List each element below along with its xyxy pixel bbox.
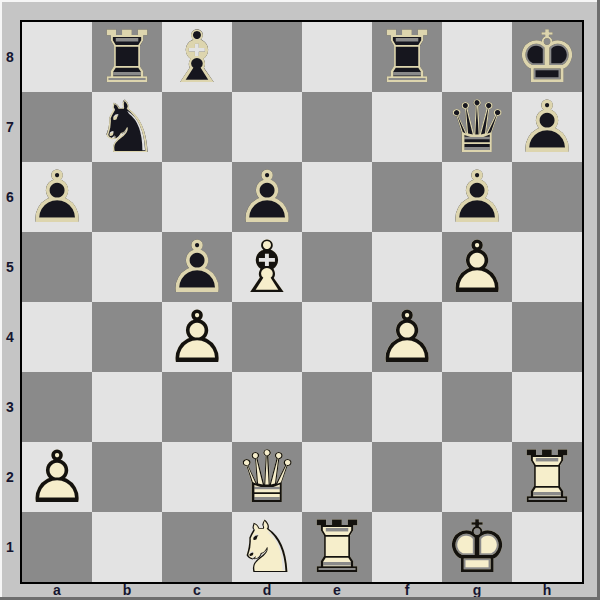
piece-black-queen-g7[interactable]: ♛♕ bbox=[442, 92, 512, 162]
square-g7[interactable]: ♛♕ bbox=[442, 92, 512, 162]
square-f8[interactable]: ♜♖ bbox=[372, 22, 442, 92]
square-h2[interactable]: ♜♖ bbox=[512, 442, 582, 512]
piece-black-rook-b8[interactable]: ♜♖ bbox=[92, 22, 162, 92]
square-b2[interactable] bbox=[92, 442, 162, 512]
rank-labels: 87654321 bbox=[0, 22, 20, 582]
piece-white-rook-e1[interactable]: ♜♖ bbox=[302, 512, 372, 582]
pawn-outline-icon: ♙ bbox=[232, 162, 302, 232]
square-h6[interactable] bbox=[512, 162, 582, 232]
square-g6[interactable]: ♟♙ bbox=[442, 162, 512, 232]
square-d4[interactable] bbox=[232, 302, 302, 372]
square-a4[interactable] bbox=[22, 302, 92, 372]
rank-label-3: 3 bbox=[0, 372, 20, 442]
square-c8[interactable]: ♝♗ bbox=[162, 22, 232, 92]
square-g1[interactable]: ♚♔ bbox=[442, 512, 512, 582]
square-c7[interactable] bbox=[162, 92, 232, 162]
square-h3[interactable] bbox=[512, 372, 582, 442]
piece-white-pawn-g5[interactable]: ♟♙ bbox=[442, 232, 512, 302]
piece-black-knight-b7[interactable]: ♞♘ bbox=[92, 92, 162, 162]
square-b3[interactable] bbox=[92, 372, 162, 442]
square-b6[interactable] bbox=[92, 162, 162, 232]
piece-white-pawn-f4[interactable]: ♟♙ bbox=[372, 302, 442, 372]
square-e7[interactable] bbox=[302, 92, 372, 162]
pawn-outline-icon: ♙ bbox=[22, 442, 92, 512]
square-b7[interactable]: ♞♘ bbox=[92, 92, 162, 162]
pawn-outline-icon: ♙ bbox=[162, 302, 232, 372]
rook-outline-icon: ♖ bbox=[302, 512, 372, 582]
rank-label-2: 2 bbox=[0, 442, 20, 512]
rank-label-5: 5 bbox=[0, 232, 20, 302]
square-g5[interactable]: ♟♙ bbox=[442, 232, 512, 302]
pawn-outline-icon: ♙ bbox=[512, 92, 582, 162]
square-a6[interactable]: ♟♙ bbox=[22, 162, 92, 232]
piece-black-pawn-d6[interactable]: ♟♙ bbox=[232, 162, 302, 232]
square-c3[interactable] bbox=[162, 372, 232, 442]
square-d6[interactable]: ♟♙ bbox=[232, 162, 302, 232]
chess-board: ♜♖♝♗♜♖♚♔♞♘♛♕♟♙♟♙♟♙♟♙♟♙♝♗♟♙♟♙♟♙♟♙♛♕♜♖♞♘♜♖… bbox=[20, 20, 584, 584]
piece-white-knight-d1[interactable]: ♞♘ bbox=[232, 512, 302, 582]
square-g2[interactable] bbox=[442, 442, 512, 512]
square-f7[interactable] bbox=[372, 92, 442, 162]
piece-black-pawn-g6[interactable]: ♟♙ bbox=[442, 162, 512, 232]
square-c4[interactable]: ♟♙ bbox=[162, 302, 232, 372]
square-c6[interactable] bbox=[162, 162, 232, 232]
rook-outline-icon: ♖ bbox=[92, 22, 162, 92]
square-e4[interactable] bbox=[302, 302, 372, 372]
piece-white-pawn-a2[interactable]: ♟♙ bbox=[22, 442, 92, 512]
square-a5[interactable] bbox=[22, 232, 92, 302]
square-g3[interactable] bbox=[442, 372, 512, 442]
square-d5[interactable]: ♝♗ bbox=[232, 232, 302, 302]
square-e8[interactable] bbox=[302, 22, 372, 92]
square-e5[interactable] bbox=[302, 232, 372, 302]
frame-bevel-top bbox=[0, 0, 600, 2]
square-d8[interactable] bbox=[232, 22, 302, 92]
board-frame: ♜♖♝♗♜♖♚♔♞♘♛♕♟♙♟♙♟♙♟♙♟♙♝♗♟♙♟♙♟♙♟♙♛♕♜♖♞♘♜♖… bbox=[0, 0, 600, 600]
square-c1[interactable] bbox=[162, 512, 232, 582]
king-outline-icon: ♔ bbox=[442, 512, 512, 582]
rook-outline-icon: ♖ bbox=[512, 442, 582, 512]
piece-black-pawn-h7[interactable]: ♟♙ bbox=[512, 92, 582, 162]
piece-white-king-g1[interactable]: ♚♔ bbox=[442, 512, 512, 582]
square-a2[interactable]: ♟♙ bbox=[22, 442, 92, 512]
knight-outline-icon: ♘ bbox=[232, 512, 302, 582]
square-a8[interactable] bbox=[22, 22, 92, 92]
rank-label-4: 4 bbox=[0, 302, 20, 372]
rank-label-6: 6 bbox=[0, 162, 20, 232]
square-b4[interactable] bbox=[92, 302, 162, 372]
square-b1[interactable] bbox=[92, 512, 162, 582]
square-a3[interactable] bbox=[22, 372, 92, 442]
pawn-outline-icon: ♙ bbox=[442, 232, 512, 302]
square-f2[interactable] bbox=[372, 442, 442, 512]
square-d3[interactable] bbox=[232, 372, 302, 442]
pawn-outline-icon: ♙ bbox=[372, 302, 442, 372]
square-e3[interactable] bbox=[302, 372, 372, 442]
square-f6[interactable] bbox=[372, 162, 442, 232]
square-b8[interactable]: ♜♖ bbox=[92, 22, 162, 92]
knight-outline-icon: ♘ bbox=[92, 92, 162, 162]
piece-white-bishop-d5[interactable]: ♝♗ bbox=[232, 232, 302, 302]
rank-label-8: 8 bbox=[0, 22, 20, 92]
bishop-outline-icon: ♗ bbox=[232, 232, 302, 302]
frame-bevel-left bbox=[0, 0, 2, 600]
piece-white-rook-h2[interactable]: ♜♖ bbox=[512, 442, 582, 512]
rank-label-1: 1 bbox=[0, 512, 20, 582]
square-f3[interactable] bbox=[372, 372, 442, 442]
bishop-outline-icon: ♗ bbox=[162, 22, 232, 92]
piece-black-bishop-c8[interactable]: ♝♗ bbox=[162, 22, 232, 92]
queen-outline-icon: ♕ bbox=[442, 92, 512, 162]
square-h8[interactable]: ♚♔ bbox=[512, 22, 582, 92]
square-e1[interactable]: ♜♖ bbox=[302, 512, 372, 582]
square-h1[interactable] bbox=[512, 512, 582, 582]
pawn-outline-icon: ♙ bbox=[442, 162, 512, 232]
pawn-outline-icon: ♙ bbox=[162, 232, 232, 302]
queen-outline-icon: ♕ bbox=[232, 442, 302, 512]
piece-white-queen-d2[interactable]: ♛♕ bbox=[232, 442, 302, 512]
square-f1[interactable] bbox=[372, 512, 442, 582]
square-c2[interactable] bbox=[162, 442, 232, 512]
king-outline-icon: ♔ bbox=[512, 22, 582, 92]
square-f4[interactable]: ♟♙ bbox=[372, 302, 442, 372]
pawn-outline-icon: ♙ bbox=[22, 162, 92, 232]
square-h4[interactable] bbox=[512, 302, 582, 372]
rank-label-7: 7 bbox=[0, 92, 20, 162]
square-b5[interactable] bbox=[92, 232, 162, 302]
piece-black-rook-f8[interactable]: ♜♖ bbox=[372, 22, 442, 92]
square-a1[interactable] bbox=[22, 512, 92, 582]
square-e2[interactable] bbox=[302, 442, 372, 512]
rook-outline-icon: ♖ bbox=[372, 22, 442, 92]
piece-white-pawn-c4[interactable]: ♟♙ bbox=[162, 302, 232, 372]
piece-black-king-h8[interactable]: ♚♔ bbox=[512, 22, 582, 92]
square-d1[interactable]: ♞♘ bbox=[232, 512, 302, 582]
square-h5[interactable] bbox=[512, 232, 582, 302]
square-h7[interactable]: ♟♙ bbox=[512, 92, 582, 162]
square-c5[interactable]: ♟♙ bbox=[162, 232, 232, 302]
square-a7[interactable] bbox=[22, 92, 92, 162]
piece-black-pawn-a6[interactable]: ♟♙ bbox=[22, 162, 92, 232]
square-g8[interactable] bbox=[442, 22, 512, 92]
square-d7[interactable] bbox=[232, 92, 302, 162]
square-g4[interactable] bbox=[442, 302, 512, 372]
piece-black-pawn-c5[interactable]: ♟♙ bbox=[162, 232, 232, 302]
square-f5[interactable] bbox=[372, 232, 442, 302]
square-e6[interactable] bbox=[302, 162, 372, 232]
square-d2[interactable]: ♛♕ bbox=[232, 442, 302, 512]
